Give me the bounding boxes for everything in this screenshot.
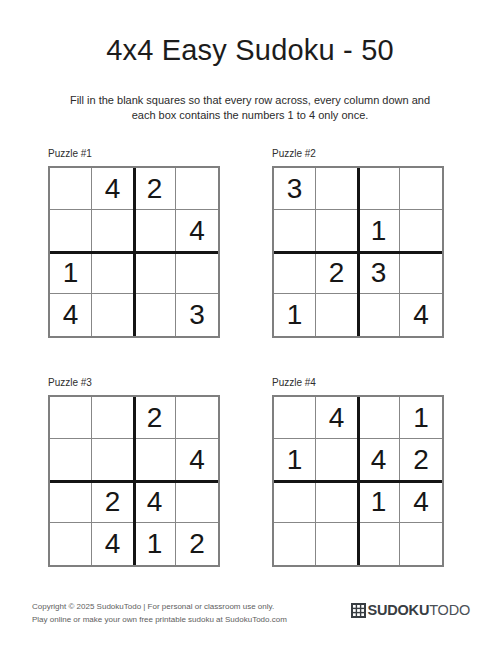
cell [358,168,400,210]
cell [134,439,176,481]
cell [176,481,218,523]
cell: 3 [176,294,218,336]
cell [274,523,316,565]
logo-text: SUDOKUTODO [368,602,470,618]
cell: 4 [400,481,442,523]
cell [50,397,92,439]
cell [134,252,176,294]
puzzle-1-grid: 4 2 4 1 4 3 [48,166,220,338]
puzzle-1-label: Puzzle #1 [48,148,220,160]
cell: 2 [400,439,442,481]
logo-text-sudoku: SUDOKU [368,602,430,618]
cell [176,168,218,210]
puzzle-2: Puzzle #2 3 1 2 3 1 4 [272,148,444,338]
cell [134,294,176,336]
footer-copyright: Copyright © 2025 SudokuTodo | For person… [32,600,287,626]
cell [274,481,316,523]
cell: 2 [134,397,176,439]
cell: 4 [50,294,92,336]
puzzle-3-label: Puzzle #3 [48,377,220,389]
cell: 1 [50,252,92,294]
sudoku-grid-icon [351,603,366,618]
puzzle-4-grid: 4 1 1 4 2 1 4 [272,395,444,567]
cell [316,523,358,565]
cell [316,439,358,481]
cell: 1 [400,397,442,439]
cell: 2 [316,252,358,294]
cell [400,523,442,565]
cell [358,294,400,336]
box-divider-horizontal [274,480,442,483]
instructions-line-1: Fill in the blank squares so that every … [0,93,500,108]
box-divider-horizontal [50,480,218,483]
cell [134,210,176,252]
copyright-line-1: Copyright © 2025 SudokuTodo | For person… [32,600,287,613]
cell: 4 [92,523,134,565]
cell: 1 [134,523,176,565]
instructions-line-2: each box contains the numbers 1 to 4 onl… [0,108,500,123]
puzzle-4: Puzzle #4 4 1 1 4 2 1 4 [272,377,444,567]
cell [400,252,442,294]
puzzle-3-grid: 2 4 2 4 4 1 2 [48,395,220,567]
cell: 4 [400,294,442,336]
box-divider-horizontal [50,251,218,254]
cell: 1 [358,481,400,523]
cell [274,397,316,439]
cell: 1 [274,439,316,481]
puzzle-2-label: Puzzle #2 [272,148,444,160]
cell [316,294,358,336]
cell [50,523,92,565]
cell: 2 [92,481,134,523]
cell: 4 [316,397,358,439]
cell [274,252,316,294]
cell [316,210,358,252]
cell: 4 [92,168,134,210]
cell [50,168,92,210]
page-title: 4x4 Easy Sudoku - 50 [0,34,500,67]
cell: 4 [134,481,176,523]
cell [274,210,316,252]
logo-text-todo: TODO [429,602,470,618]
cell [358,397,400,439]
puzzle-4-label: Puzzle #4 [272,377,444,389]
puzzle-1: Puzzle #1 4 2 4 1 4 3 [48,148,220,338]
cell [316,481,358,523]
cell: 1 [358,210,400,252]
puzzle-3: Puzzle #3 2 4 2 4 4 1 2 [48,377,220,567]
box-divider-horizontal [274,251,442,254]
cell [50,210,92,252]
cell [50,481,92,523]
puzzle-2-grid: 3 1 2 3 1 4 [272,166,444,338]
cell: 2 [134,168,176,210]
cell [92,294,134,336]
cell: 4 [358,439,400,481]
cell: 3 [358,252,400,294]
cell: 1 [274,294,316,336]
sudoku-printable-page: { "game": "4x4-sudoku", "page": { "title… [0,0,500,647]
cell: 2 [176,523,218,565]
cell [176,252,218,294]
cell [92,397,134,439]
cell: 4 [176,439,218,481]
cell [400,210,442,252]
cell [50,439,92,481]
cell [176,397,218,439]
cell: 3 [274,168,316,210]
cell [92,252,134,294]
cell: 4 [176,210,218,252]
copyright-line-2: Play online or make your own free printa… [32,613,287,626]
cell [92,210,134,252]
instructions: Fill in the blank squares so that every … [0,93,500,123]
sudokutodo-logo: SUDOKUTODO [351,602,470,618]
cell [358,523,400,565]
cell [92,439,134,481]
cell [316,168,358,210]
cell [400,168,442,210]
